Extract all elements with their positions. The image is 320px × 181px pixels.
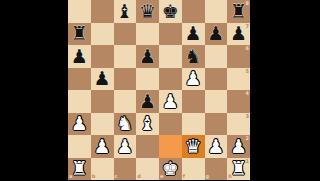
coord-file-g: g [206, 174, 210, 179]
piece-black-pawn[interactable]: ♟ [91, 67, 114, 90]
square-g5[interactable] [205, 68, 228, 91]
square-a1[interactable]: ♜a [68, 158, 91, 181]
square-f4[interactable] [182, 90, 205, 113]
piece-white-pawn[interactable]: ♟ [205, 135, 228, 158]
piece-black-bishop[interactable]: ♝ [114, 0, 137, 22]
square-e3[interactable] [159, 113, 182, 136]
square-f7[interactable]: ♟ [182, 23, 205, 46]
piece-white-pawn[interactable]: ♟ [182, 67, 205, 90]
piece-white-pawn[interactable]: ♟ [68, 112, 91, 135]
coord-rank-4: 4 [246, 91, 249, 96]
piece-white-queen[interactable]: ♛ [182, 135, 205, 158]
square-d5[interactable] [136, 68, 159, 91]
square-g2[interactable]: ♟ [205, 135, 228, 158]
piece-white-knight[interactable]: ♞ [114, 112, 137, 135]
coord-file-f: f [183, 174, 185, 179]
square-b7[interactable] [91, 23, 114, 46]
piece-black-pawn[interactable]: ♟ [136, 45, 159, 68]
square-e4[interactable]: ♟ [159, 90, 182, 113]
piece-white-pawn[interactable]: ♟ [159, 90, 182, 113]
piece-black-pawn[interactable]: ♟ [182, 22, 205, 45]
piece-white-king[interactable]: ♚ [159, 157, 182, 180]
square-c1[interactable]: c [114, 158, 137, 181]
coord-rank-3: 3 [246, 114, 249, 119]
square-a8[interactable] [68, 0, 91, 23]
square-d3[interactable]: ♝ [136, 113, 159, 136]
square-a7[interactable]: ♜ [68, 23, 91, 46]
piece-black-pawn[interactable]: ♟ [227, 22, 250, 45]
square-g3[interactable] [205, 113, 228, 136]
square-a6[interactable]: ♟ [68, 45, 91, 68]
square-a5[interactable] [68, 68, 91, 91]
square-d7[interactable] [136, 23, 159, 46]
square-a4[interactable] [68, 90, 91, 113]
square-e7[interactable] [159, 23, 182, 46]
square-b8[interactable] [91, 0, 114, 23]
square-g8[interactable] [205, 0, 228, 23]
square-a2[interactable] [68, 135, 91, 158]
square-a3[interactable]: ♟ [68, 113, 91, 136]
square-f3[interactable] [182, 113, 205, 136]
square-e8[interactable]: ♚ [159, 0, 182, 23]
square-d6[interactable]: ♟ [136, 45, 159, 68]
piece-black-pawn[interactable]: ♟ [205, 22, 228, 45]
square-b6[interactable] [91, 45, 114, 68]
square-b1[interactable]: b [91, 158, 114, 181]
piece-black-rook[interactable]: ♜ [68, 22, 91, 45]
square-f1[interactable]: f [182, 158, 205, 181]
piece-white-rook[interactable]: ♜ [227, 157, 250, 180]
square-d1[interactable]: d [136, 158, 159, 181]
coord-rank-6: 6 [246, 46, 249, 51]
square-g1[interactable]: g [205, 158, 228, 181]
square-b5[interactable]: ♟ [91, 68, 114, 91]
square-c5[interactable] [114, 68, 137, 91]
square-c3[interactable]: ♞ [114, 113, 137, 136]
square-h2[interactable]: ♟2 [227, 135, 250, 158]
square-c6[interactable] [114, 45, 137, 68]
piece-black-queen[interactable]: ♛ [136, 0, 159, 22]
square-h4[interactable]: 4 [227, 90, 250, 113]
square-c8[interactable]: ♝ [114, 0, 137, 23]
square-e1[interactable]: ♚e [159, 158, 182, 181]
piece-white-bishop[interactable]: ♝ [136, 112, 159, 135]
chess-board[interactable]: ♝♛♚♜8♜♟♟♟7♟♟♞6♟♟5♟♟4♟♞♝3♟♟♛♟♟2♜abcd♚efg♜… [68, 0, 250, 180]
coord-file-b: b [92, 174, 96, 179]
square-h7[interactable]: ♟7 [227, 23, 250, 46]
piece-white-pawn[interactable]: ♟ [114, 135, 137, 158]
piece-black-pawn[interactable]: ♟ [136, 90, 159, 113]
square-h8[interactable]: ♜8 [227, 0, 250, 23]
piece-black-pawn[interactable]: ♟ [68, 45, 91, 68]
piece-black-rook[interactable]: ♜ [227, 0, 250, 22]
square-h3[interactable]: 3 [227, 113, 250, 136]
piece-white-pawn[interactable]: ♟ [227, 135, 250, 158]
piece-white-pawn[interactable]: ♟ [91, 135, 114, 158]
piece-black-king[interactable]: ♚ [159, 0, 182, 22]
square-g6[interactable] [205, 45, 228, 68]
screenshot-root: ♝♛♚♜8♜♟♟♟7♟♟♞6♟♟5♟♟4♟♞♝3♟♟♛♟♟2♜abcd♚efg♜… [0, 0, 320, 180]
square-g7[interactable]: ♟ [205, 23, 228, 46]
square-f8[interactable] [182, 0, 205, 23]
square-f2[interactable]: ♛ [182, 135, 205, 158]
coord-file-d: d [137, 174, 141, 179]
coord-rank-5: 5 [246, 69, 249, 74]
square-h6[interactable]: 6 [227, 45, 250, 68]
square-d2[interactable] [136, 135, 159, 158]
square-b2[interactable]: ♟ [91, 135, 114, 158]
square-d8[interactable]: ♛ [136, 0, 159, 23]
square-c7[interactable] [114, 23, 137, 46]
coord-file-c: c [115, 174, 118, 179]
square-h5[interactable]: 5 [227, 68, 250, 91]
square-e5[interactable] [159, 68, 182, 91]
square-g4[interactable] [205, 90, 228, 113]
square-f6[interactable]: ♞ [182, 45, 205, 68]
square-f5[interactable]: ♟ [182, 68, 205, 91]
square-b3[interactable] [91, 113, 114, 136]
square-b4[interactable] [91, 90, 114, 113]
square-c4[interactable] [114, 90, 137, 113]
square-c2[interactable]: ♟ [114, 135, 137, 158]
square-d4[interactable]: ♟ [136, 90, 159, 113]
square-e2[interactable] [159, 135, 182, 158]
piece-white-rook[interactable]: ♜ [68, 157, 91, 180]
piece-black-knight[interactable]: ♞ [182, 45, 205, 68]
square-h1[interactable]: ♜1h [227, 158, 250, 181]
square-e6[interactable] [159, 45, 182, 68]
